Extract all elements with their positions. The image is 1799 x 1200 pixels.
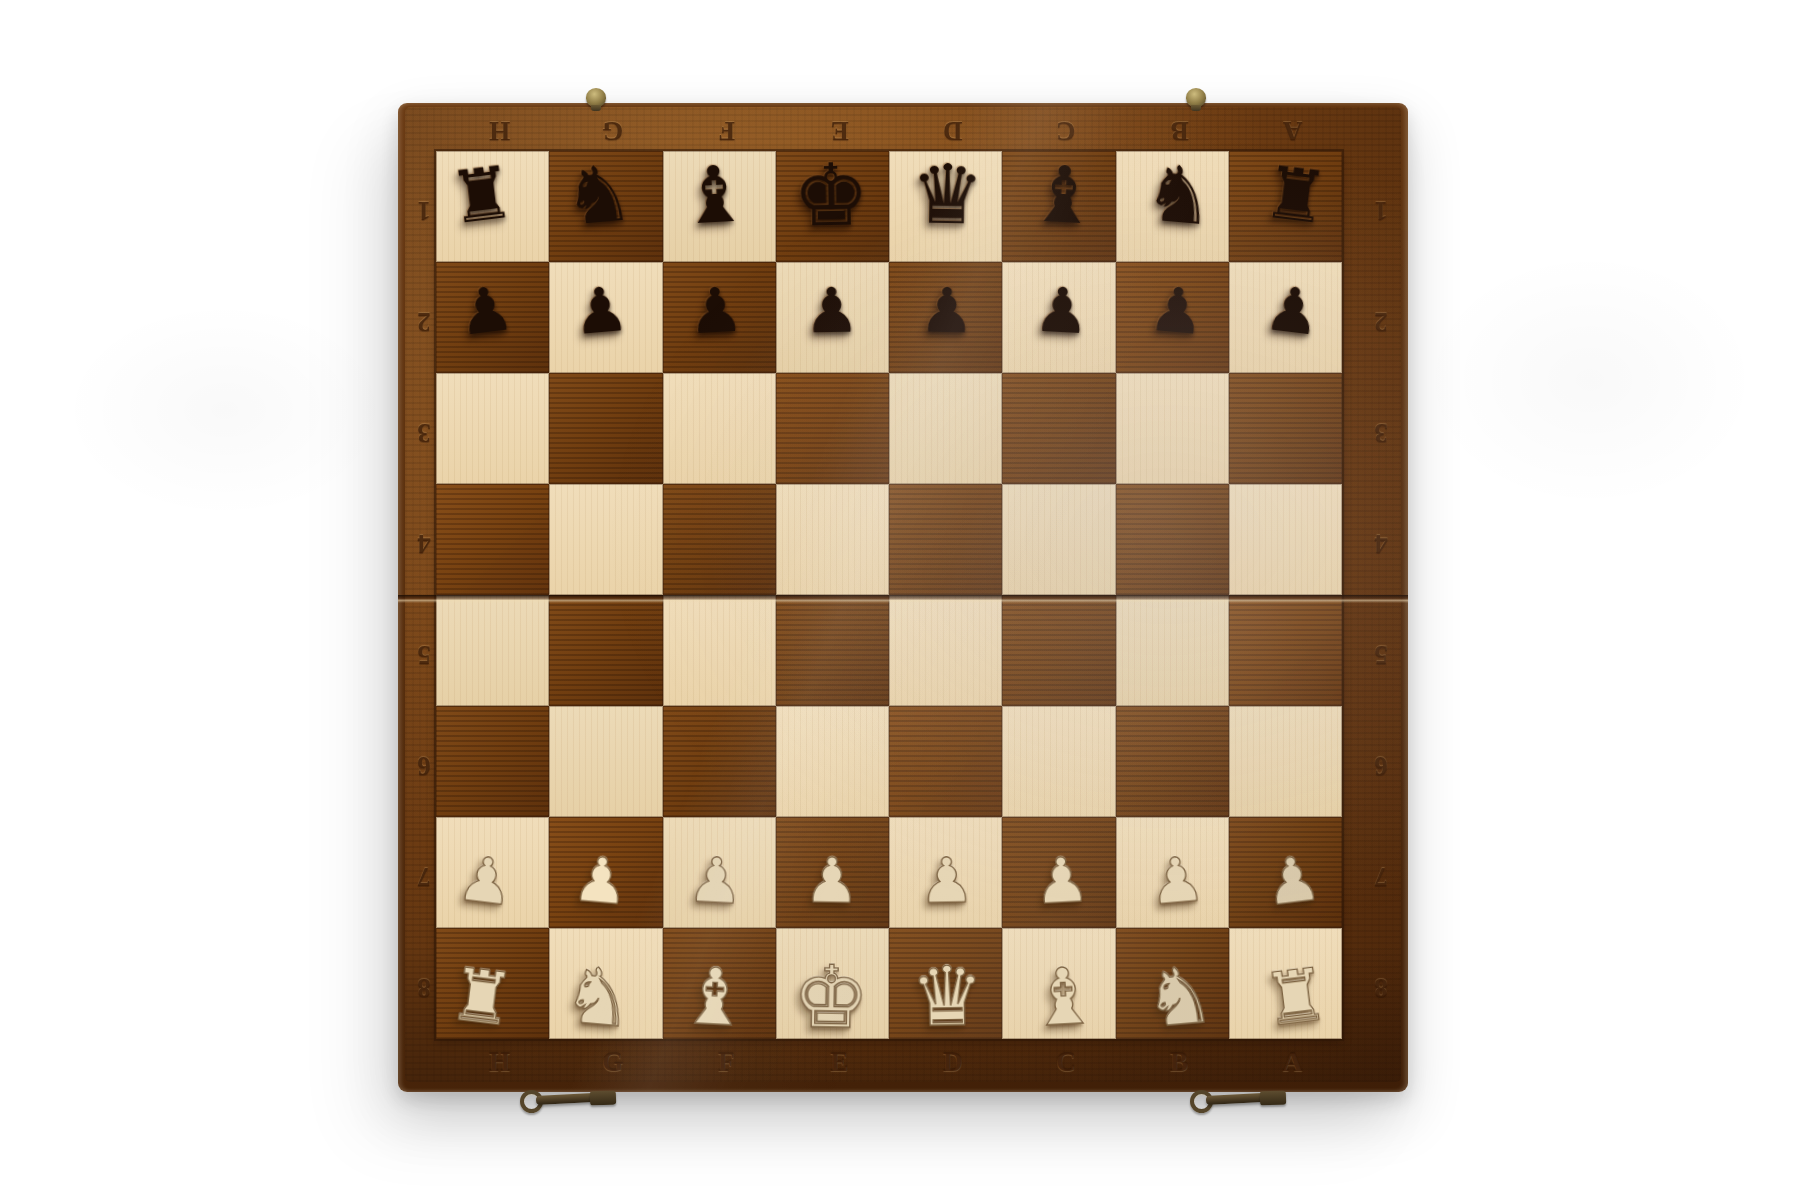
piece-dark-pawn[interactable]: ♟	[918, 279, 975, 342]
photo-scene: HGFEDCBA HGFEDCBA 12345678 12345678 ♜♞♝♚…	[0, 0, 1799, 1200]
square-a6[interactable]	[1229, 706, 1342, 817]
square-d7[interactable]: ♟	[889, 817, 1002, 928]
piece-light-rook[interactable]: ♜	[446, 957, 519, 1036]
piece-light-bishop[interactable]: ♝	[678, 956, 752, 1038]
square-g6[interactable]	[549, 706, 662, 817]
clasp-plate	[1260, 1091, 1286, 1106]
piece-dark-rook[interactable]: ♜	[446, 155, 519, 234]
piece-light-pawn[interactable]: ♟	[570, 847, 631, 914]
piece-light-king[interactable]: ♚	[792, 953, 871, 1040]
square-a4[interactable]	[1229, 484, 1342, 595]
square-h4[interactable]	[436, 484, 549, 595]
square-f6[interactable]	[663, 706, 776, 817]
square-d2[interactable]: ♟	[889, 262, 1002, 373]
piece-light-pawn[interactable]: ♟	[1032, 848, 1091, 913]
clasp-latch-icon[interactable]	[520, 1086, 616, 1116]
square-e6[interactable]	[776, 706, 889, 817]
square-g1[interactable]: ♞	[549, 151, 662, 262]
square-h3[interactable]	[436, 373, 549, 484]
clasp-latch-icon[interactable]	[1190, 1086, 1286, 1116]
square-c4[interactable]	[1002, 484, 1115, 595]
square-f4[interactable]	[663, 484, 776, 595]
square-e3[interactable]	[776, 373, 889, 484]
piece-dark-pawn[interactable]: ♟	[1261, 276, 1324, 344]
piece-dark-queen[interactable]: ♛	[910, 153, 985, 236]
square-h1[interactable]: ♜	[436, 151, 549, 262]
piece-dark-knight[interactable]: ♞	[1141, 153, 1217, 237]
piece-light-rook[interactable]: ♜	[1259, 957, 1332, 1036]
square-h6[interactable]	[436, 706, 549, 817]
square-c2[interactable]: ♟	[1002, 262, 1115, 373]
chess-board-box: HGFEDCBA HGFEDCBA 12345678 12345678 ♜♞♝♚…	[398, 103, 1408, 1092]
square-b8[interactable]: ♞	[1116, 928, 1229, 1039]
square-d1[interactable]: ♛	[889, 151, 1002, 262]
piece-dark-pawn[interactable]: ♟	[1032, 278, 1091, 343]
square-g5[interactable]	[549, 595, 662, 706]
square-a2[interactable]: ♟	[1229, 262, 1342, 373]
square-g4[interactable]	[549, 484, 662, 595]
square-e4[interactable]	[776, 484, 889, 595]
square-b3[interactable]	[1116, 373, 1229, 484]
square-a8[interactable]: ♜	[1229, 928, 1342, 1039]
square-d3[interactable]	[889, 373, 1002, 484]
piece-dark-bishop[interactable]: ♝	[678, 154, 752, 236]
piece-light-pawn[interactable]: ♟	[803, 849, 860, 912]
piece-dark-knight[interactable]: ♞	[560, 153, 636, 237]
piece-dark-bishop[interactable]: ♝	[1026, 154, 1100, 236]
square-f7[interactable]: ♟	[663, 817, 776, 928]
square-h5[interactable]	[436, 595, 549, 706]
square-g3[interactable]	[549, 373, 662, 484]
piece-light-pawn[interactable]: ♟	[1147, 847, 1208, 914]
square-d4[interactable]	[889, 484, 1002, 595]
square-b6[interactable]	[1116, 706, 1229, 817]
piece-dark-pawn[interactable]: ♟	[454, 276, 517, 344]
piece-dark-pawn[interactable]: ♟	[1147, 277, 1208, 344]
square-c6[interactable]	[1002, 706, 1115, 817]
square-a3[interactable]	[1229, 373, 1342, 484]
square-c8[interactable]: ♝	[1002, 928, 1115, 1039]
square-h8[interactable]: ♜	[436, 928, 549, 1039]
square-g2[interactable]: ♟	[549, 262, 662, 373]
square-b5[interactable]	[1116, 595, 1229, 706]
hinge-pin-icon	[586, 88, 606, 107]
piece-dark-pawn[interactable]: ♟	[803, 279, 860, 342]
square-d5[interactable]	[889, 595, 1002, 706]
square-f8[interactable]: ♝	[663, 928, 776, 1039]
square-h7[interactable]: ♟	[436, 817, 549, 928]
square-g7[interactable]: ♟	[549, 817, 662, 928]
piece-light-queen[interactable]: ♛	[910, 955, 985, 1038]
piece-dark-rook[interactable]: ♜	[1259, 155, 1332, 234]
square-e1[interactable]: ♚	[776, 151, 889, 262]
square-h2[interactable]: ♟	[436, 262, 549, 373]
squares-grid: ♜♞♝♚♛♝♞♜♟♟♟♟♟♟♟♟♟♟♟♟♟♟♟♟♜♞♝♚♛♝♞♜	[436, 151, 1342, 1039]
square-b4[interactable]	[1116, 484, 1229, 595]
piece-dark-king[interactable]: ♚	[792, 151, 871, 238]
hinge-pin-icon	[1186, 88, 1206, 107]
piece-dark-pawn[interactable]: ♟	[570, 277, 631, 344]
square-g8[interactable]: ♞	[549, 928, 662, 1039]
square-a7[interactable]: ♟	[1229, 817, 1342, 928]
square-e5[interactable]	[776, 595, 889, 706]
clasp-plate	[590, 1091, 616, 1106]
square-b7[interactable]: ♟	[1116, 817, 1229, 928]
square-a1[interactable]: ♜	[1229, 151, 1342, 262]
square-f3[interactable]	[663, 373, 776, 484]
square-c1[interactable]: ♝	[1002, 151, 1115, 262]
square-b1[interactable]: ♞	[1116, 151, 1229, 262]
square-e2[interactable]: ♟	[776, 262, 889, 373]
piece-light-pawn[interactable]: ♟	[687, 848, 746, 913]
square-e8[interactable]: ♚	[776, 928, 889, 1039]
square-b2[interactable]: ♟	[1116, 262, 1229, 373]
piece-light-pawn[interactable]: ♟	[918, 849, 975, 912]
square-d6[interactable]	[889, 706, 1002, 817]
square-c7[interactable]: ♟	[1002, 817, 1115, 928]
square-d8[interactable]: ♛	[889, 928, 1002, 1039]
square-f1[interactable]: ♝	[663, 151, 776, 262]
square-c5[interactable]	[1002, 595, 1115, 706]
piece-light-knight[interactable]: ♞	[560, 955, 636, 1039]
piece-light-bishop[interactable]: ♝	[1026, 956, 1100, 1038]
piece-dark-pawn[interactable]: ♟	[687, 278, 746, 343]
background-smudge	[60, 300, 390, 520]
square-f5[interactable]	[663, 595, 776, 706]
square-a5[interactable]	[1229, 595, 1342, 706]
square-c3[interactable]	[1002, 373, 1115, 484]
piece-light-pawn[interactable]: ♟	[1261, 846, 1324, 914]
square-e7[interactable]: ♟	[776, 817, 889, 928]
background-smudge	[1420, 250, 1760, 510]
square-f2[interactable]: ♟	[663, 262, 776, 373]
piece-light-pawn[interactable]: ♟	[454, 846, 517, 914]
piece-light-knight[interactable]: ♞	[1141, 955, 1217, 1039]
